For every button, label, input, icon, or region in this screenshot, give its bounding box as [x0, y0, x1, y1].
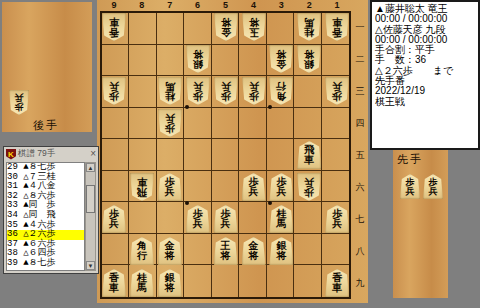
scroll-down-icon[interactable]: ▼ [86, 261, 95, 270]
file-label-6: 6 [184, 0, 212, 11]
game-info-panel: ▲藤井聡太 竜王00:00 / 00:00:00△佐藤天彦 九段00:00 / … [370, 0, 480, 150]
square-8-5[interactable] [129, 139, 156, 171]
scroll-up-icon[interactable]: ▲ [86, 163, 95, 172]
square-1-4[interactable] [322, 108, 349, 140]
square-8-4[interactable] [129, 108, 156, 140]
file-label-1: 1 [323, 0, 351, 11]
file-label-2: 2 [295, 0, 323, 11]
square-6-9[interactable] [184, 265, 211, 297]
rank-label-8: 八 [353, 235, 367, 267]
square-7-2[interactable] [157, 45, 184, 77]
square-4-7[interactable] [239, 202, 266, 234]
rank-label-6: 六 [353, 171, 367, 203]
shogi-app-window: { "game": "shogi", "position": { "sfen":… [0, 0, 480, 308]
square-2-9[interactable] [294, 265, 321, 297]
square-7-7[interactable] [157, 202, 184, 234]
kifu-move-list[interactable]: 29 ▲８七歩30 △７三桂31 ▲４八金32 △８六歩33 ▲同 歩34 △同… [6, 162, 85, 271]
file-label-8: 8 [128, 0, 156, 11]
square-6-5[interactable] [184, 139, 211, 171]
square-4-9[interactable] [239, 265, 266, 297]
rank-label-1: 一 [353, 11, 367, 43]
hoshi-dot-1 [185, 105, 189, 109]
square-2-8[interactable] [294, 234, 321, 266]
square-4-2[interactable] [239, 45, 266, 77]
sente-piece-歩兵[interactable]: 歩兵 [423, 174, 443, 199]
square-1-8[interactable] [322, 234, 349, 266]
rank-label-3: 三 [353, 75, 367, 107]
square-9-2[interactable] [102, 45, 129, 77]
square-6-1[interactable] [184, 13, 211, 45]
square-7-1[interactable] [157, 13, 184, 45]
square-6-4[interactable] [184, 108, 211, 140]
file-label-7: 7 [156, 0, 184, 11]
rank-label-7: 七 [353, 203, 367, 235]
file-label-3: 3 [267, 0, 295, 11]
square-9-4[interactable] [102, 108, 129, 140]
square-2-7[interactable] [294, 202, 321, 234]
file-coordinate-labels: 987654321 [100, 0, 351, 11]
kifu-app-icon: K [6, 149, 16, 160]
rank-label-5: 五 [353, 139, 367, 171]
square-9-8[interactable] [102, 234, 129, 266]
square-9-6[interactable] [102, 171, 129, 203]
scrollbar-thumb[interactable] [86, 185, 95, 213]
gote-piece-歩兵[interactable]: 歩兵 [9, 90, 29, 115]
square-8-1[interactable] [129, 13, 156, 45]
file-label-9: 9 [100, 0, 128, 11]
rank-label-2: 二 [353, 43, 367, 75]
square-6-8[interactable] [184, 234, 211, 266]
close-icon[interactable]: × [90, 149, 96, 159]
square-5-9[interactable] [212, 265, 239, 297]
kifu-scrollbar[interactable]: ▲ ▼ [85, 162, 96, 271]
rank-label-9: 九 [353, 267, 367, 299]
square-3-5[interactable] [267, 139, 294, 171]
file-label-4: 4 [239, 0, 267, 11]
hoshi-dot-4 [268, 201, 272, 205]
kifu-window: K 棋譜 79手 × 29 ▲８七歩30 △７三桂31 ▲４八金32 △８六歩3… [3, 146, 99, 274]
square-8-2[interactable] [129, 45, 156, 77]
square-5-2[interactable] [212, 45, 239, 77]
sente-piece-stand: 先手 歩兵歩兵 [393, 150, 448, 298]
square-8-3[interactable] [129, 76, 156, 108]
square-5-6[interactable] [212, 171, 239, 203]
square-3-4[interactable] [267, 108, 294, 140]
square-6-6[interactable] [184, 171, 211, 203]
rank-label-4: 四 [353, 107, 367, 139]
square-1-5[interactable] [322, 139, 349, 171]
sente-piece-歩兵[interactable]: 歩兵 [400, 174, 420, 199]
kifu-titlebar[interactable]: K 棋譜 79手 × [4, 147, 98, 161]
hoshi-dot-2 [268, 105, 272, 109]
file-label-5: 5 [212, 0, 240, 11]
hoshi-dot-3 [185, 201, 189, 205]
square-4-4[interactable] [239, 108, 266, 140]
square-1-2[interactable] [322, 45, 349, 77]
square-2-3[interactable] [294, 76, 321, 108]
square-1-6[interactable] [322, 171, 349, 203]
square-9-5[interactable] [102, 139, 129, 171]
square-7-5[interactable] [157, 139, 184, 171]
square-5-4[interactable] [212, 108, 239, 140]
info-line-10: 棋王戦 [375, 97, 478, 107]
sente-stand-label: 先手 [397, 152, 423, 167]
square-3-1[interactable] [267, 13, 294, 45]
kifu-title: 棋譜 79手 [18, 148, 55, 160]
gote-piece-stand: 後手 歩兵 [2, 2, 92, 132]
rank-coordinate-labels: 一二三四五六七八九 [353, 11, 367, 299]
kifu-move-39[interactable]: 39 ▲８七歩 [7, 259, 84, 269]
gote-stand-label: 後手 [33, 118, 59, 133]
square-2-4[interactable] [294, 108, 321, 140]
square-5-5[interactable] [212, 139, 239, 171]
shogi-board: 987654321 一二三四五六七八九 香車金将玉将桂馬香車銀将金将銀将歩兵桂馬… [97, 0, 368, 303]
square-3-9[interactable] [267, 265, 294, 297]
square-8-7[interactable] [129, 202, 156, 234]
square-4-5[interactable] [239, 139, 266, 171]
